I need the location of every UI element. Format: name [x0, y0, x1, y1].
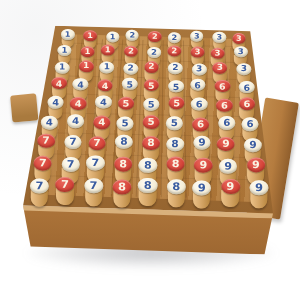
- peg-cap: 3: [192, 63, 207, 75]
- peg-digit: 1: [87, 32, 93, 40]
- peg-digit: 8: [172, 159, 180, 169]
- peg-digit: 7: [42, 136, 50, 146]
- peg-digit: 4: [75, 99, 82, 108]
- peg-cap: 7: [86, 155, 105, 170]
- peg-digit: 2: [128, 47, 134, 55]
- peg-digit: 6: [219, 82, 226, 91]
- peg-cap: 5: [166, 116, 183, 130]
- peg-cap: 8: [139, 158, 158, 173]
- peg-cap: 2: [125, 30, 139, 41]
- peg-digit: 6: [194, 81, 201, 90]
- peg-digit: 2: [129, 32, 135, 40]
- peg-grid: 1112223331112223331112223334445556664445…: [0, 0, 300, 300]
- peg-digit: 9: [198, 183, 206, 194]
- peg-cap: 3: [190, 31, 204, 42]
- peg-cap: 3: [212, 32, 226, 43]
- peg-cap: 9: [219, 159, 238, 174]
- peg-cap: 5: [144, 79, 160, 92]
- peg-cap: 8: [142, 136, 160, 150]
- peg[interactable]: 8: [166, 179, 185, 207]
- peg-cap: 6: [241, 117, 258, 131]
- peg-cap: 4: [73, 78, 89, 91]
- peg-digit: 3: [238, 48, 244, 56]
- peg[interactable]: 7: [30, 178, 49, 206]
- peg-digit: 1: [104, 63, 110, 71]
- peg-cap: 6: [239, 81, 255, 94]
- peg-row: 777888999: [29, 178, 267, 209]
- peg-cap: 5: [168, 80, 184, 93]
- peg-digit: 7: [90, 181, 98, 192]
- peg-digit: 3: [194, 48, 200, 56]
- peg-cap: 6: [218, 116, 235, 130]
- peg-digit: 5: [121, 119, 128, 128]
- peg-cap: 7: [61, 157, 80, 172]
- peg-digit: 5: [171, 118, 178, 127]
- peg-digit: 3: [236, 35, 242, 43]
- peg-digit: 3: [215, 49, 221, 57]
- peg-cap: 4: [67, 114, 84, 128]
- peg-digit: 8: [144, 160, 152, 170]
- peg-cap: 8: [115, 135, 133, 149]
- peg-digit: 1: [59, 64, 65, 72]
- peg-digit: 7: [67, 159, 75, 169]
- peg-cap: 9: [194, 158, 213, 173]
- peg-cap: 1: [79, 60, 94, 72]
- peg-cap: 2: [168, 62, 183, 74]
- peg-cap: 3: [236, 63, 251, 75]
- peg-cap: 7: [33, 156, 52, 171]
- peg-digit: 8: [144, 180, 152, 191]
- peg-cap: 1: [61, 29, 75, 40]
- board-tilt-wrapper: 1112223331112223331112223334445556664445…: [0, 0, 300, 300]
- peg-digit: 5: [148, 81, 155, 90]
- peg-cap: 3: [232, 33, 246, 44]
- peg-digit: 9: [226, 181, 234, 192]
- peg[interactable]: 7: [55, 177, 74, 205]
- peg[interactable]: 9: [221, 179, 240, 207]
- peg-cap: 5: [116, 116, 133, 130]
- peg-digit: 9: [224, 161, 232, 171]
- peg-digit: 4: [102, 81, 109, 90]
- peg-digit: 9: [249, 140, 257, 150]
- peg[interactable]: 7: [84, 178, 103, 206]
- peg-digit: 5: [173, 98, 180, 107]
- peg[interactable]: 8: [112, 179, 131, 207]
- peg-digit: 7: [61, 179, 69, 190]
- peg-digit: 2: [152, 33, 158, 41]
- peg-digit: 6: [197, 120, 204, 129]
- peg-cap: 7: [37, 134, 55, 148]
- peg-digit: 9: [255, 183, 263, 194]
- peg-cap: 4: [41, 116, 58, 130]
- peg-cap: 4: [97, 79, 113, 92]
- peg-cap: 8: [114, 157, 133, 172]
- peg[interactable]: 8: [138, 178, 157, 206]
- peg-cap: 2: [148, 31, 162, 42]
- peg-cap: 6: [192, 117, 209, 131]
- peg-cap: 7: [64, 135, 82, 149]
- peg-digit: 8: [118, 182, 126, 193]
- peg-cap: 4: [51, 77, 67, 90]
- peg-digit: 2: [172, 64, 178, 72]
- peg-cap: 2: [144, 61, 159, 73]
- peg-digit: 5: [148, 100, 155, 109]
- left-drawer-tab[interactable]: [10, 93, 38, 122]
- peg-cap: 8: [166, 156, 185, 171]
- peg-digit: 2: [128, 64, 134, 72]
- peg-digit: 8: [171, 139, 179, 149]
- product-photo-sudoku-box: 1112223331112223331112223334445556664445…: [0, 0, 300, 300]
- peg-digit: 1: [105, 46, 111, 54]
- peg-digit: 6: [223, 118, 230, 127]
- peg-digit: 7: [91, 158, 99, 168]
- peg-cap: 9: [247, 157, 266, 172]
- peg-digit: 7: [39, 158, 47, 168]
- peg-digit: 3: [196, 65, 202, 73]
- peg-digit: 9: [198, 138, 206, 148]
- peg[interactable]: 9: [192, 180, 211, 208]
- peg-digit: 9: [222, 139, 230, 149]
- peg-digit: 9: [252, 160, 260, 170]
- peg-digit: 3: [194, 32, 200, 40]
- peg-cap: 4: [93, 115, 110, 129]
- peg-digit: 1: [61, 47, 67, 55]
- peg-digit: 7: [93, 138, 101, 148]
- peg-digit: 4: [98, 117, 105, 126]
- peg-digit: 1: [85, 48, 91, 56]
- peg-digit: 1: [110, 33, 116, 41]
- peg-cap: 5: [122, 78, 138, 91]
- peg-digit: 7: [69, 137, 77, 147]
- peg-cap: 9: [217, 137, 235, 151]
- peg-digit: 8: [147, 138, 155, 148]
- peg-digit: 6: [243, 99, 250, 108]
- peg-cap: 9: [193, 136, 211, 150]
- peg-cap: 1: [106, 31, 120, 42]
- peg-digit: 5: [148, 117, 155, 126]
- peg-digit: 2: [148, 63, 154, 71]
- peg-digit: 8: [119, 159, 127, 169]
- peg-cap: 2: [123, 63, 138, 75]
- peg-cap: 6: [214, 80, 230, 93]
- peg-cap: 5: [143, 115, 160, 129]
- peg[interactable]: 9: [249, 180, 268, 208]
- peg-digit: 4: [46, 118, 53, 127]
- peg-digit: 5: [122, 99, 129, 108]
- peg-cap: 9: [244, 138, 262, 152]
- peg-digit: 4: [52, 98, 59, 107]
- peg-cap: 7: [88, 136, 106, 150]
- peg-cap: 8: [166, 137, 184, 151]
- peg-digit: 5: [127, 80, 134, 89]
- peg-digit: 8: [172, 182, 180, 193]
- peg-digit: 6: [246, 119, 253, 128]
- peg-digit: 8: [120, 137, 128, 147]
- peg-digit: 1: [65, 31, 71, 39]
- peg-digit: 3: [217, 64, 223, 72]
- peg-digit: 2: [171, 47, 177, 55]
- peg-cap: 1: [99, 61, 114, 73]
- peg-digit: 7: [35, 181, 43, 192]
- peg-digit: 2: [151, 49, 157, 57]
- peg-digit: 3: [241, 65, 247, 73]
- peg-digit: 4: [72, 116, 79, 125]
- peg-cap: 3: [212, 62, 227, 74]
- peg-cap: 1: [55, 62, 70, 74]
- peg-cap: 1: [83, 30, 97, 41]
- peg-digit: 6: [244, 83, 251, 92]
- peg-digit: 9: [199, 160, 207, 170]
- peg-digit: 4: [100, 98, 107, 107]
- peg-cap: 6: [190, 79, 206, 92]
- peg-digit: 6: [221, 101, 228, 110]
- peg-digit: 3: [216, 33, 222, 41]
- peg-digit: 6: [196, 100, 203, 109]
- peg-digit: 4: [77, 80, 84, 89]
- peg-digit: 4: [56, 79, 63, 88]
- peg-digit: 1: [83, 62, 89, 70]
- peg-digit: 2: [171, 34, 177, 42]
- peg-cap: 2: [167, 32, 181, 43]
- peg-digit: 5: [173, 82, 180, 91]
